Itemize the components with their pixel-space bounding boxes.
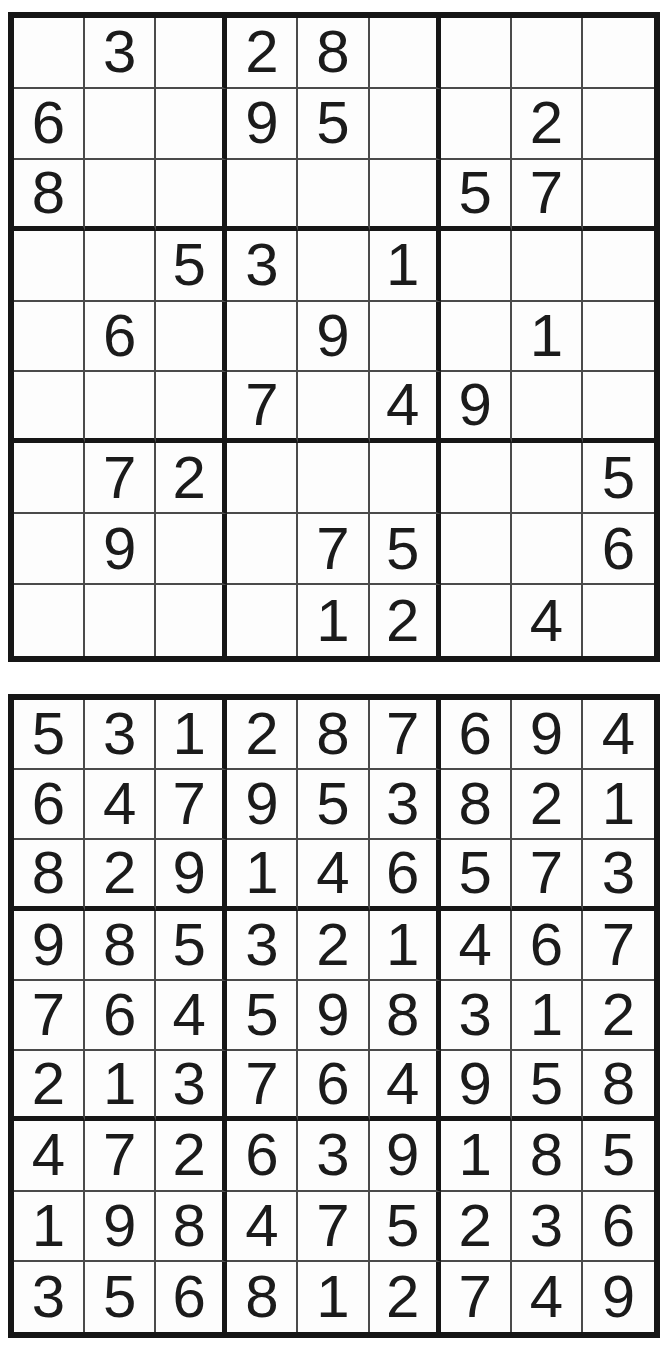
puzzle-cell-r2c5: 5: [298, 89, 369, 160]
solution-cell-r7c5: 3: [298, 1121, 369, 1191]
puzzle-cell-r8c6: 5: [370, 514, 441, 585]
solution-cell-r4c2: 8: [85, 911, 156, 981]
puzzle-cell-r3c2: [85, 160, 156, 231]
solution-cell-r2c5: 5: [298, 770, 369, 840]
solution-cell-r6c2: 1: [85, 1051, 156, 1121]
solution-cell-r9c6: 2: [370, 1262, 441, 1332]
solution-cell-r1c5: 8: [298, 700, 369, 770]
solution-cell-r3c9: 3: [583, 840, 654, 910]
puzzle-cell-r3c8: 7: [512, 160, 583, 231]
solution-cell-r1c3: 1: [156, 700, 227, 770]
solution-cell-r7c3: 2: [156, 1121, 227, 1191]
puzzle-cell-r7c9: 5: [583, 443, 654, 514]
puzzle-cell-r6c8: [512, 372, 583, 443]
solution-cell-r2c9: 1: [583, 770, 654, 840]
puzzle-cell-r8c9: 6: [583, 514, 654, 585]
solution-cell-r5c3: 4: [156, 981, 227, 1051]
solution-cell-r7c4: 6: [227, 1121, 298, 1191]
puzzle-cell-r8c8: [512, 514, 583, 585]
puzzle-cell-r9c7: [441, 585, 512, 656]
solution-cell-r3c5: 4: [298, 840, 369, 910]
puzzle-cell-r3c4: [227, 160, 298, 231]
puzzle-cell-r6c2: [85, 372, 156, 443]
puzzle-cell-r5c2: 6: [85, 302, 156, 373]
puzzle-cell-r5c7: [441, 302, 512, 373]
puzzle-cell-r3c1: 8: [14, 160, 85, 231]
solution-cell-r3c6: 6: [370, 840, 441, 910]
puzzle-cell-r6c7: 9: [441, 372, 512, 443]
puzzle-cell-r8c2: 9: [85, 514, 156, 585]
solution-cell-r3c8: 7: [512, 840, 583, 910]
solution-cell-r7c1: 4: [14, 1121, 85, 1191]
puzzle-cell-r6c9: [583, 372, 654, 443]
puzzle-cell-r8c3: [156, 514, 227, 585]
solution-cell-r5c6: 8: [370, 981, 441, 1051]
solution-cell-r8c8: 3: [512, 1192, 583, 1262]
puzzle-cell-r7c2: 7: [85, 443, 156, 514]
puzzle-cell-r1c2: 3: [85, 18, 156, 89]
puzzle-cell-r2c9: [583, 89, 654, 160]
sudoku-page: 32869528575316917497259756124 5312876946…: [0, 0, 672, 1346]
solution-cell-r3c7: 5: [441, 840, 512, 910]
puzzle-cell-r4c2: [85, 231, 156, 302]
puzzle-cell-r9c4: [227, 585, 298, 656]
puzzle-cell-r3c5: [298, 160, 369, 231]
puzzle-cell-r3c3: [156, 160, 227, 231]
solution-cell-r6c5: 6: [298, 1051, 369, 1121]
solution-cell-r3c1: 8: [14, 840, 85, 910]
puzzle-cell-r9c3: [156, 585, 227, 656]
solution-cell-r9c8: 4: [512, 1262, 583, 1332]
puzzle-board: 32869528575316917497259756124: [8, 12, 660, 662]
puzzle-cell-r4c5: [298, 231, 369, 302]
solution-cell-r7c7: 1: [441, 1121, 512, 1191]
solution-cell-r1c1: 5: [14, 700, 85, 770]
solution-cell-r3c3: 9: [156, 840, 227, 910]
solution-cell-r6c3: 3: [156, 1051, 227, 1121]
solution-cell-r6c6: 4: [370, 1051, 441, 1121]
puzzle-cell-r2c6: [370, 89, 441, 160]
solution-cell-r1c8: 9: [512, 700, 583, 770]
puzzle-cell-r2c1: 6: [14, 89, 85, 160]
solution-cell-r3c2: 2: [85, 840, 156, 910]
puzzle-cell-r5c1: [14, 302, 85, 373]
puzzle-cell-r2c2: [85, 89, 156, 160]
puzzle-cell-r7c1: [14, 443, 85, 514]
solution-cell-r8c7: 2: [441, 1192, 512, 1262]
puzzle-cell-r6c3: [156, 372, 227, 443]
solution-cell-r4c6: 1: [370, 911, 441, 981]
puzzle-cell-r9c2: [85, 585, 156, 656]
puzzle-cell-r9c8: 4: [512, 585, 583, 656]
solution-cell-r2c8: 2: [512, 770, 583, 840]
solution-cell-r5c9: 2: [583, 981, 654, 1051]
solution-cell-r8c9: 6: [583, 1192, 654, 1262]
puzzle-cell-r7c8: [512, 443, 583, 514]
solution-cell-r5c4: 5: [227, 981, 298, 1051]
puzzle-cell-r8c7: [441, 514, 512, 585]
puzzle-cell-r1c5: 8: [298, 18, 369, 89]
puzzle-cell-r4c6: 1: [370, 231, 441, 302]
solution-cell-r4c4: 3: [227, 911, 298, 981]
solution-cell-r5c7: 3: [441, 981, 512, 1051]
solution-cell-r1c2: 3: [85, 700, 156, 770]
puzzle-cell-r1c4: 2: [227, 18, 298, 89]
puzzle-cell-r4c1: [14, 231, 85, 302]
puzzle-cell-r5c4: [227, 302, 298, 373]
solution-cell-r6c7: 9: [441, 1051, 512, 1121]
puzzle-cell-r4c9: [583, 231, 654, 302]
solution-cell-r4c9: 7: [583, 911, 654, 981]
solution-cell-r8c6: 5: [370, 1192, 441, 1262]
solution-cell-r5c2: 6: [85, 981, 156, 1051]
solution-cell-r4c5: 2: [298, 911, 369, 981]
puzzle-cell-r7c5: [298, 443, 369, 514]
puzzle-cell-r6c4: 7: [227, 372, 298, 443]
puzzle-cell-r2c3: [156, 89, 227, 160]
puzzle-cell-r1c3: [156, 18, 227, 89]
solution-cell-r3c4: 1: [227, 840, 298, 910]
puzzle-cell-r8c1: [14, 514, 85, 585]
puzzle-cell-r5c6: [370, 302, 441, 373]
solution-cell-r1c6: 7: [370, 700, 441, 770]
puzzle-cell-r1c9: [583, 18, 654, 89]
puzzle-cell-r5c9: [583, 302, 654, 373]
puzzle-cell-r1c8: [512, 18, 583, 89]
solution-cell-r2c1: 6: [14, 770, 85, 840]
solution-cell-r4c1: 9: [14, 911, 85, 981]
solution-cell-r9c4: 8: [227, 1262, 298, 1332]
puzzle-cell-r6c1: [14, 372, 85, 443]
solution-cell-r9c5: 1: [298, 1262, 369, 1332]
solution-cell-r8c3: 8: [156, 1192, 227, 1262]
solution-cell-r5c8: 1: [512, 981, 583, 1051]
puzzle-cell-r7c4: [227, 443, 298, 514]
solution-cell-r2c3: 7: [156, 770, 227, 840]
solution-cell-r2c7: 8: [441, 770, 512, 840]
solution-cell-r8c2: 9: [85, 1192, 156, 1262]
solution-cell-r7c6: 9: [370, 1121, 441, 1191]
solution-cell-r9c1: 3: [14, 1262, 85, 1332]
solution-cell-r6c4: 7: [227, 1051, 298, 1121]
solution-cell-r1c9: 4: [583, 700, 654, 770]
puzzle-cell-r4c4: 3: [227, 231, 298, 302]
puzzle-cell-r9c9: [583, 585, 654, 656]
puzzle-cell-r7c6: [370, 443, 441, 514]
solution-cell-r8c5: 7: [298, 1192, 369, 1262]
solution-cell-r1c4: 2: [227, 700, 298, 770]
puzzle-cell-r4c7: [441, 231, 512, 302]
puzzle-cell-r7c3: 2: [156, 443, 227, 514]
puzzle-cell-r5c8: 1: [512, 302, 583, 373]
solution-cell-r4c8: 6: [512, 911, 583, 981]
solution-cell-r1c7: 6: [441, 700, 512, 770]
solution-cell-r6c9: 8: [583, 1051, 654, 1121]
solution-cell-r9c3: 6: [156, 1262, 227, 1332]
solution-cell-r9c7: 7: [441, 1262, 512, 1332]
puzzle-cell-r5c5: 9: [298, 302, 369, 373]
solution-cell-r5c1: 7: [14, 981, 85, 1051]
puzzle-cell-r9c1: [14, 585, 85, 656]
solution-board: 5312876946479538218291465739853214677645…: [8, 694, 660, 1338]
solution-cell-r8c4: 4: [227, 1192, 298, 1262]
puzzle-cell-r4c3: 5: [156, 231, 227, 302]
puzzle-cell-r2c8: 2: [512, 89, 583, 160]
solution-cell-r8c1: 1: [14, 1192, 85, 1262]
puzzle-cell-r3c9: [583, 160, 654, 231]
puzzle-cell-r5c3: [156, 302, 227, 373]
puzzle-cell-r6c5: [298, 372, 369, 443]
puzzle-cell-r7c7: [441, 443, 512, 514]
puzzle-cell-r9c6: 2: [370, 585, 441, 656]
puzzle-cell-r2c4: 9: [227, 89, 298, 160]
puzzle-cell-r6c6: 4: [370, 372, 441, 443]
solution-cell-r7c8: 8: [512, 1121, 583, 1191]
puzzle-cell-r1c6: [370, 18, 441, 89]
puzzle-cell-r8c4: [227, 514, 298, 585]
solution-cell-r6c1: 2: [14, 1051, 85, 1121]
solution-cell-r4c3: 5: [156, 911, 227, 981]
solution-cell-r2c6: 3: [370, 770, 441, 840]
puzzle-cell-r8c5: 7: [298, 514, 369, 585]
solution-cell-r7c2: 7: [85, 1121, 156, 1191]
puzzle-cell-r2c7: [441, 89, 512, 160]
puzzle-cell-r1c1: [14, 18, 85, 89]
solution-cell-r2c4: 9: [227, 770, 298, 840]
solution-cell-r7c9: 5: [583, 1121, 654, 1191]
puzzle-cell-r3c7: 5: [441, 160, 512, 231]
puzzle-cell-r3c6: [370, 160, 441, 231]
solution-cell-r5c5: 9: [298, 981, 369, 1051]
solution-cell-r9c2: 5: [85, 1262, 156, 1332]
solution-cell-r9c9: 9: [583, 1262, 654, 1332]
puzzle-cell-r1c7: [441, 18, 512, 89]
solution-cell-r4c7: 4: [441, 911, 512, 981]
solution-cell-r6c8: 5: [512, 1051, 583, 1121]
solution-cell-r2c2: 4: [85, 770, 156, 840]
puzzle-cell-r9c5: 1: [298, 585, 369, 656]
puzzle-cell-r4c8: [512, 231, 583, 302]
